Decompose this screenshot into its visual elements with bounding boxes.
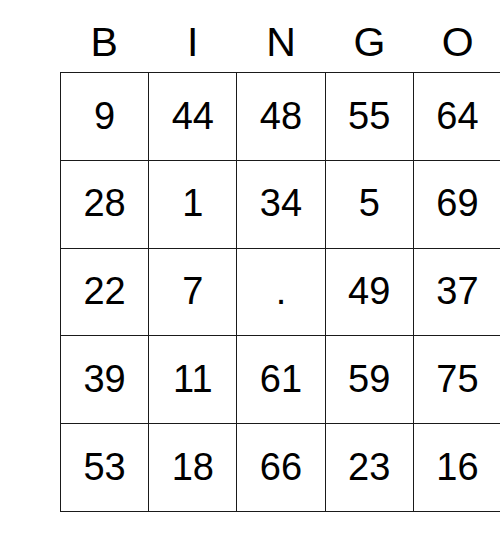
bingo-cell[interactable]: 53 [61,424,148,511]
bingo-cell[interactable]: 75 [414,336,500,423]
bingo-cell[interactable]: 66 [237,424,324,511]
bingo-cell[interactable]: 37 [414,249,500,336]
bingo-cell[interactable]: 64 [414,73,500,160]
bingo-cell[interactable]: 23 [326,424,413,511]
bingo-cell[interactable]: 34 [237,161,324,248]
bingo-cell[interactable]: 28 [61,161,148,248]
bingo-cell[interactable]: 16 [414,424,500,511]
bingo-cell[interactable]: 49 [326,249,413,336]
bingo-cell[interactable]: 1 [149,161,236,248]
header-letter-g: G [325,16,413,68]
header-letter-b: B [60,16,148,68]
bingo-cell[interactable]: 22 [61,249,148,336]
bingo-cell[interactable]: 39 [61,336,148,423]
bingo-cell[interactable]: 9 [61,73,148,160]
bingo-cell[interactable]: 69 [414,161,500,248]
header-letter-i: I [148,16,236,68]
bingo-cell[interactable]: 61 [237,336,324,423]
bingo-header: B I N G O [60,16,500,68]
bingo-cell[interactable]: 55 [326,73,413,160]
bingo-cell[interactable]: 5 [326,161,413,248]
bingo-cell[interactable]: 44 [149,73,236,160]
bingo-cell[interactable]: 18 [149,424,236,511]
bingo-cell[interactable]: 7 [149,249,236,336]
bingo-cell[interactable]: 11 [149,336,236,423]
header-letter-n: N [237,16,325,68]
bingo-cell[interactable]: 59 [326,336,413,423]
bingo-cell[interactable]: 48 [237,73,324,160]
header-letter-o: O [414,16,500,68]
bingo-grid: 94448556428134569227.4937391161597553186… [60,72,500,512]
free-space-cell[interactable]: . [237,249,324,336]
